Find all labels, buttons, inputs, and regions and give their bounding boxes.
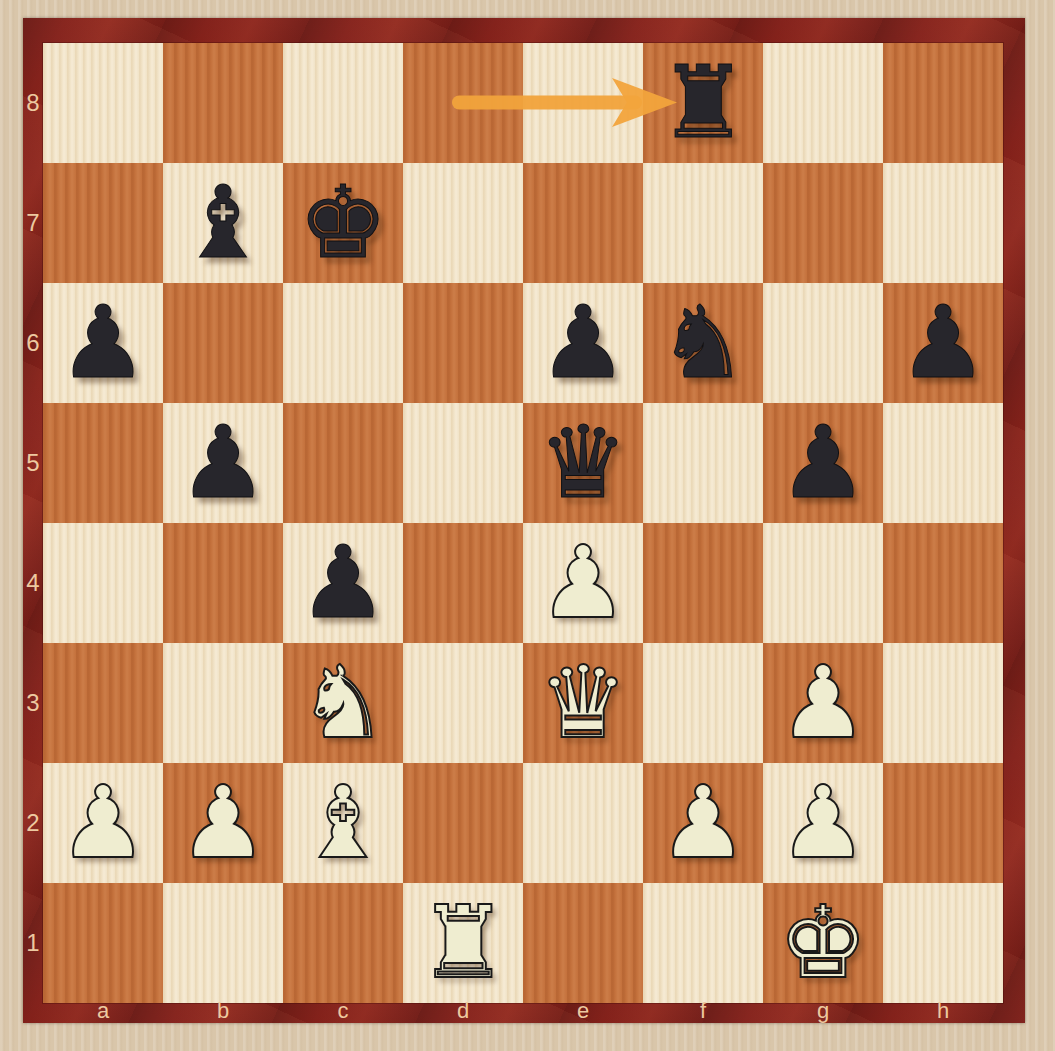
- square-b7[interactable]: ♝: [163, 163, 283, 283]
- piece-white-pawn-f2[interactable]: ♟: [658, 773, 748, 873]
- square-c5[interactable]: [283, 403, 403, 523]
- square-c4[interactable]: ♟: [283, 523, 403, 643]
- square-e4[interactable]: ♟: [523, 523, 643, 643]
- square-e7[interactable]: [523, 163, 643, 283]
- piece-white-pawn-b2[interactable]: ♟: [178, 773, 268, 873]
- square-f6[interactable]: ♞: [643, 283, 763, 403]
- square-g7[interactable]: [763, 163, 883, 283]
- square-e5[interactable]: ♛: [523, 403, 643, 523]
- piece-black-pawn-e6[interactable]: ♟: [538, 293, 628, 393]
- square-h4[interactable]: [883, 523, 1003, 643]
- square-h2[interactable]: [883, 763, 1003, 883]
- square-a7[interactable]: [43, 163, 163, 283]
- square-g4[interactable]: [763, 523, 883, 643]
- square-b8[interactable]: [163, 43, 283, 163]
- square-e3[interactable]: ♛: [523, 643, 643, 763]
- file-label-e: e: [523, 1000, 643, 1021]
- piece-white-pawn-e4[interactable]: ♟: [538, 533, 628, 633]
- chess-board-screenshot: { "game": "chess", "board": { "orientati…: [0, 0, 1055, 1051]
- square-a8[interactable]: [43, 43, 163, 163]
- piece-white-pawn-a2[interactable]: ♟: [58, 773, 148, 873]
- square-g3[interactable]: ♟: [763, 643, 883, 763]
- file-label-d: d: [403, 1000, 523, 1021]
- rank-label-4: 4: [23, 523, 43, 643]
- piece-white-pawn-g2[interactable]: ♟: [778, 773, 868, 873]
- rank-label-3: 3: [23, 643, 43, 763]
- square-b2[interactable]: ♟: [163, 763, 283, 883]
- square-e8[interactable]: [523, 43, 643, 163]
- file-label-a: a: [43, 1000, 163, 1021]
- board-frame: ♜♝♚♟♟♞♟♟♛♟♟♟♞♛♟♟♟♝♟♟♜♚ 87654321 abcdefgh: [23, 18, 1025, 1023]
- square-f2[interactable]: ♟: [643, 763, 763, 883]
- square-h3[interactable]: [883, 643, 1003, 763]
- square-d4[interactable]: [403, 523, 523, 643]
- square-b1[interactable]: [163, 883, 283, 1003]
- piece-white-rook-d1[interactable]: ♜: [418, 893, 508, 993]
- rank-label-5: 5: [23, 403, 43, 523]
- piece-black-pawn-b5[interactable]: ♟: [178, 413, 268, 513]
- square-c3[interactable]: ♞: [283, 643, 403, 763]
- piece-black-pawn-c4[interactable]: ♟: [298, 533, 388, 633]
- piece-black-rook-f8[interactable]: ♜: [658, 53, 748, 153]
- rank-label-8: 8: [23, 43, 43, 163]
- square-g1[interactable]: ♚: [763, 883, 883, 1003]
- piece-black-pawn-g5[interactable]: ♟: [778, 413, 868, 513]
- square-f3[interactable]: [643, 643, 763, 763]
- square-a5[interactable]: [43, 403, 163, 523]
- piece-white-king-g1[interactable]: ♚: [778, 893, 868, 993]
- piece-white-queen-e3[interactable]: ♛: [538, 653, 628, 753]
- piece-black-knight-f6[interactable]: ♞: [658, 293, 748, 393]
- square-f7[interactable]: [643, 163, 763, 283]
- square-g5[interactable]: ♟: [763, 403, 883, 523]
- square-a3[interactable]: [43, 643, 163, 763]
- square-e1[interactable]: [523, 883, 643, 1003]
- square-h8[interactable]: [883, 43, 1003, 163]
- rank-label-7: 7: [23, 163, 43, 283]
- square-b6[interactable]: [163, 283, 283, 403]
- square-g2[interactable]: ♟: [763, 763, 883, 883]
- piece-black-bishop-b7[interactable]: ♝: [178, 173, 268, 273]
- square-a4[interactable]: [43, 523, 163, 643]
- square-e6[interactable]: ♟: [523, 283, 643, 403]
- square-d3[interactable]: [403, 643, 523, 763]
- square-b3[interactable]: [163, 643, 283, 763]
- square-f8[interactable]: ♜: [643, 43, 763, 163]
- file-label-f: f: [643, 1000, 763, 1021]
- piece-black-queen-e5[interactable]: ♛: [538, 413, 628, 513]
- square-a2[interactable]: ♟: [43, 763, 163, 883]
- square-b4[interactable]: [163, 523, 283, 643]
- square-d1[interactable]: ♜: [403, 883, 523, 1003]
- piece-black-pawn-h6[interactable]: ♟: [898, 293, 988, 393]
- square-c8[interactable]: [283, 43, 403, 163]
- square-h5[interactable]: [883, 403, 1003, 523]
- square-d6[interactable]: [403, 283, 523, 403]
- piece-black-king-c7[interactable]: ♚: [298, 173, 388, 273]
- square-g8[interactable]: [763, 43, 883, 163]
- square-h1[interactable]: [883, 883, 1003, 1003]
- square-c6[interactable]: [283, 283, 403, 403]
- rank-label-1: 1: [23, 883, 43, 1003]
- square-e2[interactable]: [523, 763, 643, 883]
- file-label-h: h: [883, 1000, 1003, 1021]
- square-a1[interactable]: [43, 883, 163, 1003]
- chess-board: ♜♝♚♟♟♞♟♟♛♟♟♟♞♛♟♟♟♝♟♟♜♚: [43, 43, 1003, 1003]
- file-label-c: c: [283, 1000, 403, 1021]
- square-d8[interactable]: [403, 43, 523, 163]
- square-f1[interactable]: [643, 883, 763, 1003]
- file-label-b: b: [163, 1000, 283, 1021]
- piece-black-pawn-a6[interactable]: ♟: [58, 293, 148, 393]
- square-a6[interactable]: ♟: [43, 283, 163, 403]
- file-label-g: g: [763, 1000, 883, 1021]
- square-d5[interactable]: [403, 403, 523, 523]
- piece-white-bishop-c2[interactable]: ♝: [298, 773, 388, 873]
- square-h7[interactable]: [883, 163, 1003, 283]
- square-f4[interactable]: [643, 523, 763, 643]
- square-c2[interactable]: ♝: [283, 763, 403, 883]
- square-c1[interactable]: [283, 883, 403, 1003]
- rank-label-2: 2: [23, 763, 43, 883]
- square-c7[interactable]: ♚: [283, 163, 403, 283]
- square-b5[interactable]: ♟: [163, 403, 283, 523]
- square-d7[interactable]: [403, 163, 523, 283]
- rank-label-6: 6: [23, 283, 43, 403]
- square-g6[interactable]: [763, 283, 883, 403]
- square-h6[interactable]: ♟: [883, 283, 1003, 403]
- square-d2[interactable]: [403, 763, 523, 883]
- square-f5[interactable]: [643, 403, 763, 523]
- piece-white-knight-c3[interactable]: ♞: [298, 653, 388, 753]
- piece-white-pawn-g3[interactable]: ♟: [778, 653, 868, 753]
